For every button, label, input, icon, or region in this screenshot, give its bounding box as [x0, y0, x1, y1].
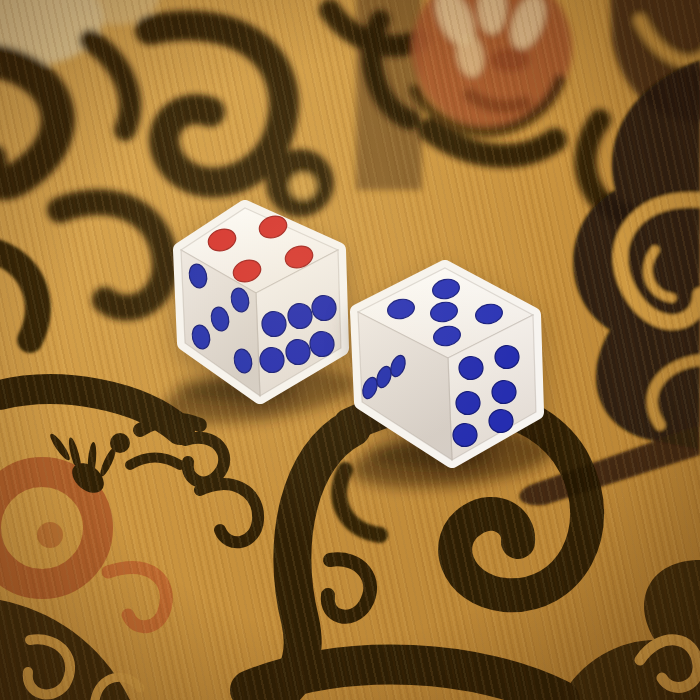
board-photo — [0, 0, 700, 700]
die-left — [170, 198, 352, 410]
die-right — [350, 260, 546, 472]
